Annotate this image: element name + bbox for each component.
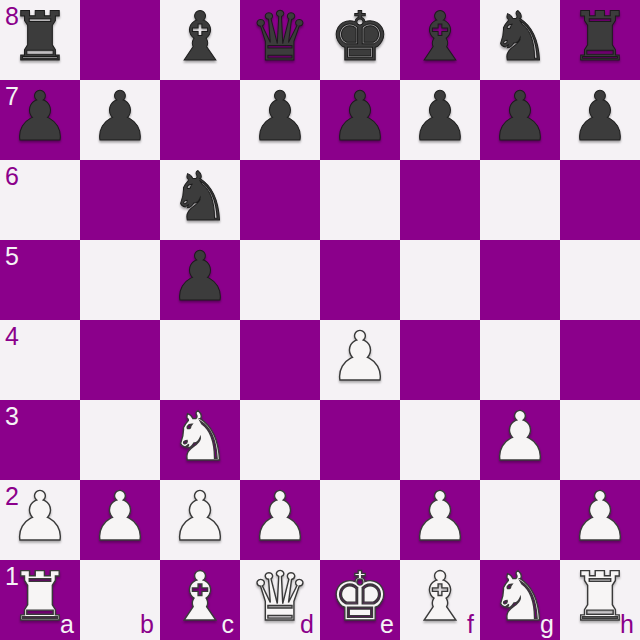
square-f5[interactable] — [400, 240, 480, 320]
square-b6[interactable] — [80, 160, 160, 240]
piece-black-pawn[interactable]: ♟︎ — [410, 83, 471, 151]
piece-black-bishop[interactable]: ♝︎ — [410, 3, 471, 71]
square-e5[interactable] — [320, 240, 400, 320]
piece-black-pawn[interactable]: ♟︎ — [10, 83, 71, 151]
square-f8[interactable]: ♝︎ — [400, 0, 480, 80]
square-f2[interactable]: ♟︎ — [400, 480, 480, 560]
square-e7[interactable]: ♟︎ — [320, 80, 400, 160]
piece-white-pawn[interactable]: ♟︎ — [250, 483, 311, 551]
square-h3[interactable] — [560, 400, 640, 480]
piece-white-pawn[interactable]: ♟︎ — [10, 483, 71, 551]
square-d5[interactable] — [240, 240, 320, 320]
square-b7[interactable]: ♟︎ — [80, 80, 160, 160]
square-d4[interactable] — [240, 320, 320, 400]
rank-label-3: 3 — [5, 404, 19, 429]
piece-black-bishop[interactable]: ♝︎ — [170, 3, 231, 71]
piece-white-knight[interactable]: ♞︎ — [490, 563, 551, 631]
square-a8[interactable]: 8♜︎ — [0, 0, 80, 80]
square-d3[interactable] — [240, 400, 320, 480]
square-g1[interactable]: g♞︎ — [480, 560, 560, 640]
square-h8[interactable]: ♜︎ — [560, 0, 640, 80]
square-b4[interactable] — [80, 320, 160, 400]
square-a3[interactable]: 3 — [0, 400, 80, 480]
piece-black-pawn[interactable]: ♟︎ — [490, 83, 551, 151]
square-e6[interactable] — [320, 160, 400, 240]
square-h2[interactable]: ♟︎ — [560, 480, 640, 560]
piece-white-pawn[interactable]: ♟︎ — [330, 323, 391, 391]
square-h7[interactable]: ♟︎ — [560, 80, 640, 160]
square-b2[interactable]: ♟︎ — [80, 480, 160, 560]
square-b3[interactable] — [80, 400, 160, 480]
square-h4[interactable] — [560, 320, 640, 400]
square-g8[interactable]: ♞︎ — [480, 0, 560, 80]
square-g5[interactable] — [480, 240, 560, 320]
piece-black-queen[interactable]: ♛︎ — [250, 3, 311, 71]
square-g3[interactable]: ♟︎ — [480, 400, 560, 480]
piece-white-rook[interactable]: ♜︎ — [10, 563, 71, 631]
square-g6[interactable] — [480, 160, 560, 240]
square-c8[interactable]: ♝︎ — [160, 0, 240, 80]
square-f4[interactable] — [400, 320, 480, 400]
square-f3[interactable] — [400, 400, 480, 480]
square-e3[interactable] — [320, 400, 400, 480]
square-c4[interactable] — [160, 320, 240, 400]
square-c6[interactable]: ♞︎ — [160, 160, 240, 240]
square-e2[interactable] — [320, 480, 400, 560]
square-b8[interactable] — [80, 0, 160, 80]
piece-black-pawn[interactable]: ♟︎ — [170, 243, 231, 311]
square-b5[interactable] — [80, 240, 160, 320]
rank-label-5: 5 — [5, 244, 19, 269]
square-g7[interactable]: ♟︎ — [480, 80, 560, 160]
piece-black-pawn[interactable]: ♟︎ — [90, 83, 151, 151]
square-a1[interactable]: 1a♜︎ — [0, 560, 80, 640]
square-f1[interactable]: f♝︎ — [400, 560, 480, 640]
square-a2[interactable]: 2♟︎ — [0, 480, 80, 560]
square-c1[interactable]: c♝︎ — [160, 560, 240, 640]
piece-black-rook[interactable]: ♜︎ — [570, 3, 631, 71]
chess-board: 8♜︎♝︎♛︎♚︎♝︎♞︎♜︎7♟︎♟︎♟︎♟︎♟︎♟︎♟︎6♞︎5♟︎4♟︎3… — [0, 0, 640, 640]
square-d6[interactable] — [240, 160, 320, 240]
piece-black-king[interactable]: ♚︎ — [330, 3, 391, 71]
square-g2[interactable] — [480, 480, 560, 560]
square-d8[interactable]: ♛︎ — [240, 0, 320, 80]
file-label-b: b — [140, 612, 154, 637]
piece-white-pawn[interactable]: ♟︎ — [490, 403, 551, 471]
square-f7[interactable]: ♟︎ — [400, 80, 480, 160]
piece-black-knight[interactable]: ♞︎ — [490, 3, 551, 71]
square-h1[interactable]: h♜︎ — [560, 560, 640, 640]
square-e8[interactable]: ♚︎ — [320, 0, 400, 80]
piece-black-rook[interactable]: ♜︎ — [10, 3, 71, 71]
piece-white-knight[interactable]: ♞︎ — [170, 403, 231, 471]
piece-black-pawn[interactable]: ♟︎ — [250, 83, 311, 151]
square-a5[interactable]: 5 — [0, 240, 80, 320]
square-h6[interactable] — [560, 160, 640, 240]
square-e1[interactable]: e♚︎ — [320, 560, 400, 640]
piece-black-pawn[interactable]: ♟︎ — [330, 83, 391, 151]
square-g4[interactable] — [480, 320, 560, 400]
square-a4[interactable]: 4 — [0, 320, 80, 400]
piece-black-pawn[interactable]: ♟︎ — [570, 83, 631, 151]
square-f6[interactable] — [400, 160, 480, 240]
piece-white-queen[interactable]: ♛︎ — [250, 563, 311, 631]
piece-white-pawn[interactable]: ♟︎ — [170, 483, 231, 551]
rank-label-6: 6 — [5, 164, 19, 189]
square-a6[interactable]: 6 — [0, 160, 80, 240]
square-d1[interactable]: d♛︎ — [240, 560, 320, 640]
square-e4[interactable]: ♟︎ — [320, 320, 400, 400]
piece-white-pawn[interactable]: ♟︎ — [410, 483, 471, 551]
square-c5[interactable]: ♟︎ — [160, 240, 240, 320]
square-c3[interactable]: ♞︎ — [160, 400, 240, 480]
piece-white-bishop[interactable]: ♝︎ — [410, 563, 471, 631]
piece-white-pawn[interactable]: ♟︎ — [570, 483, 631, 551]
piece-white-pawn[interactable]: ♟︎ — [90, 483, 151, 551]
square-h5[interactable] — [560, 240, 640, 320]
piece-white-bishop[interactable]: ♝︎ — [170, 563, 231, 631]
square-d7[interactable]: ♟︎ — [240, 80, 320, 160]
square-c7[interactable] — [160, 80, 240, 160]
piece-black-knight[interactable]: ♞︎ — [170, 163, 231, 231]
piece-white-king[interactable]: ♚︎ — [330, 563, 391, 631]
piece-white-rook[interactable]: ♜︎ — [570, 563, 631, 631]
square-d2[interactable]: ♟︎ — [240, 480, 320, 560]
square-a7[interactable]: 7♟︎ — [0, 80, 80, 160]
rank-label-4: 4 — [5, 324, 19, 349]
square-b1[interactable]: b — [80, 560, 160, 640]
square-c2[interactable]: ♟︎ — [160, 480, 240, 560]
